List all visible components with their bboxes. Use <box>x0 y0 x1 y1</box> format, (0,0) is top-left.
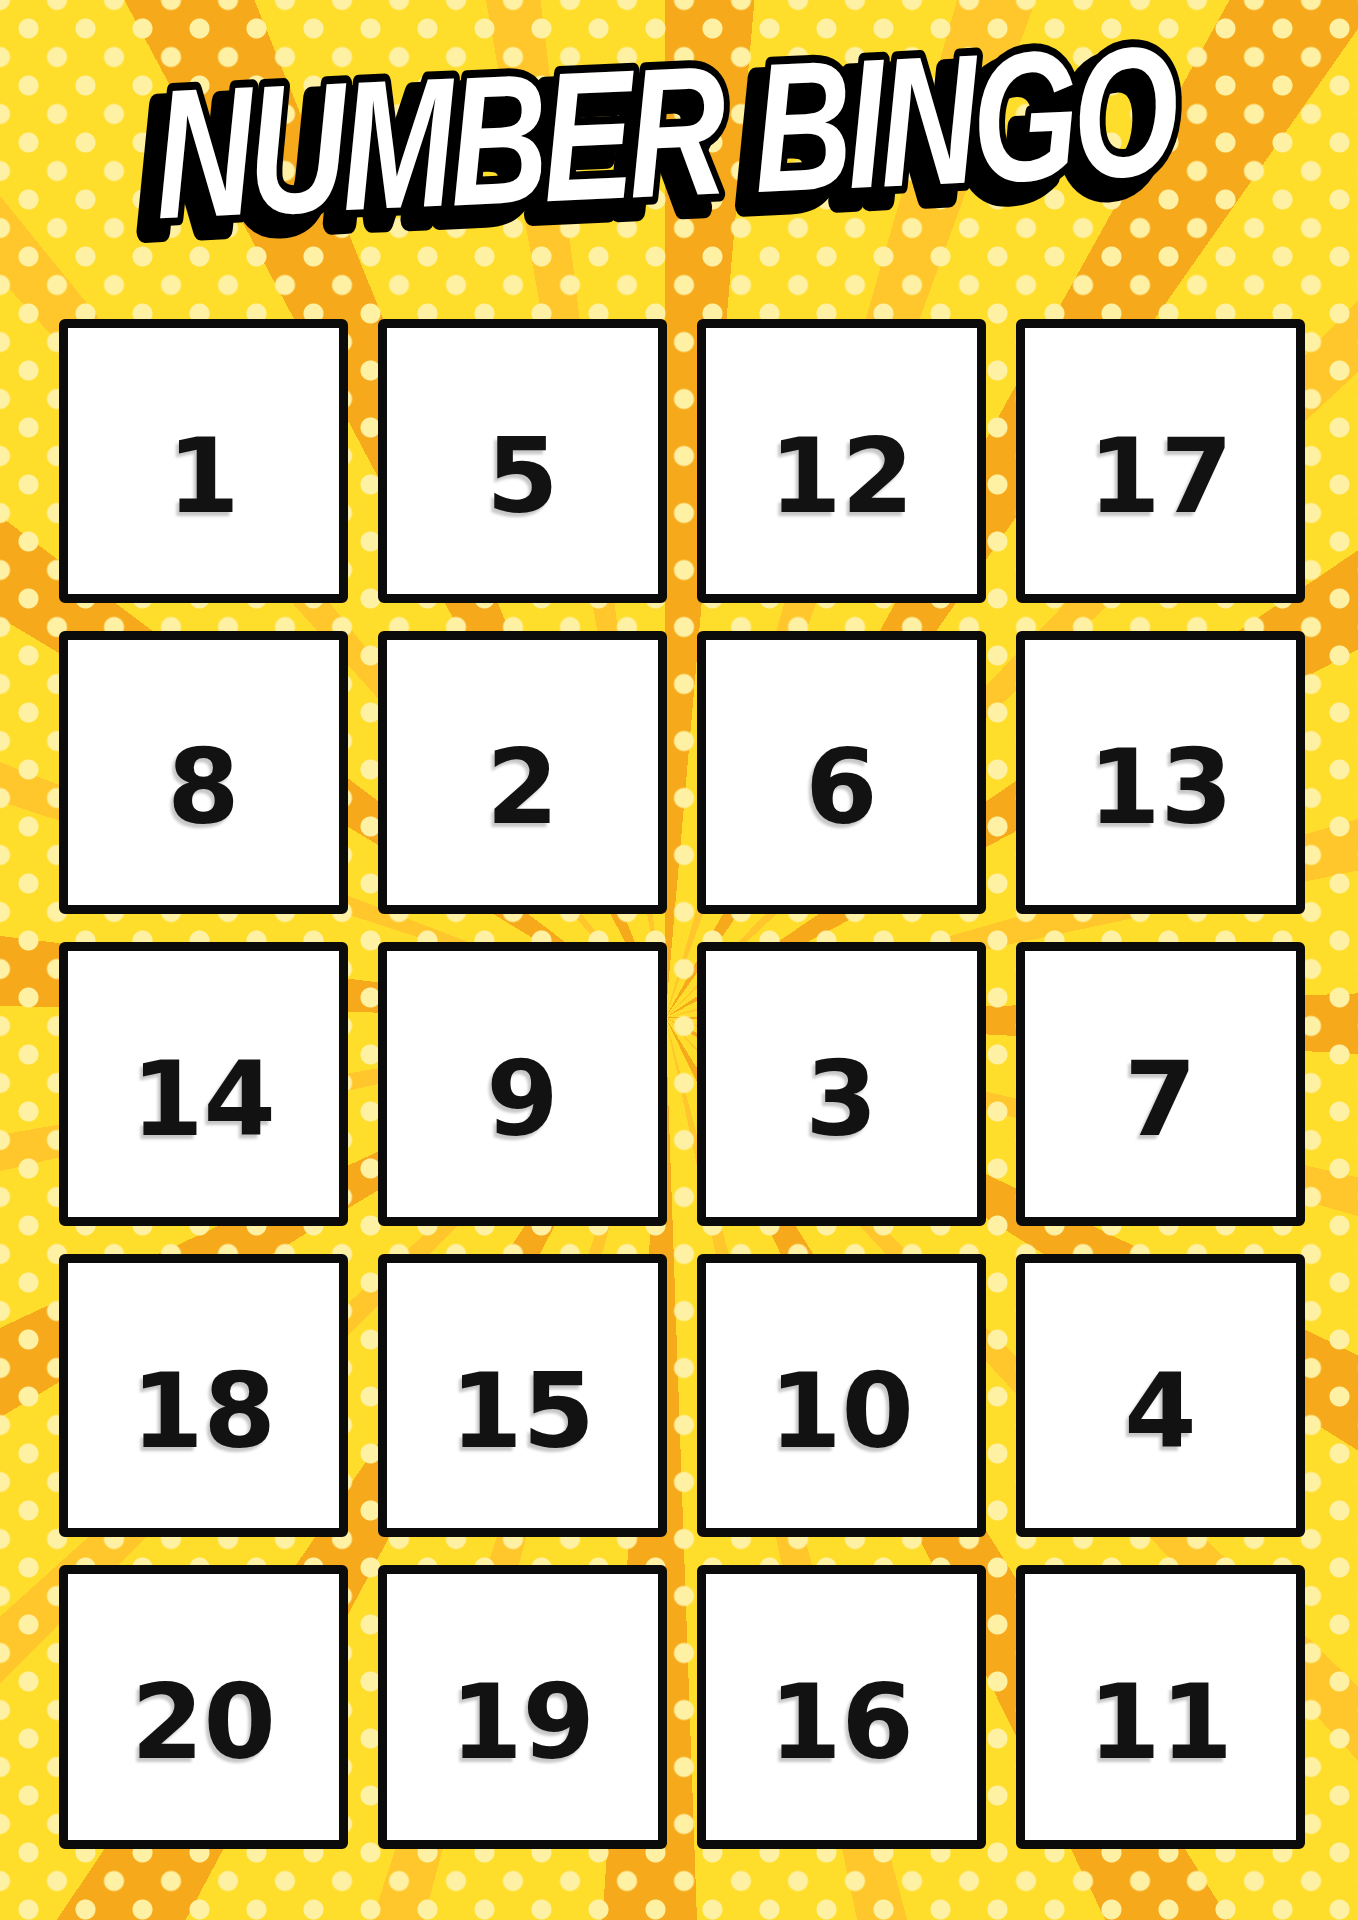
cell-number: 1 <box>167 424 239 528</box>
cell-number: 18 <box>131 1359 276 1463</box>
cell-number: 7 <box>1124 1047 1196 1151</box>
bingo-cell[interactable]: 7 <box>1016 942 1305 1226</box>
cell-number: 8 <box>167 735 239 839</box>
cell-number: 4 <box>1124 1359 1196 1463</box>
cell-number: 20 <box>131 1670 276 1774</box>
bingo-cell[interactable]: 11 <box>1016 1565 1305 1849</box>
cell-number: 16 <box>769 1670 914 1774</box>
title-art: NUMBER BINGO NUMBER BINGO <box>0 8 1358 308</box>
bingo-cell[interactable]: 9 <box>378 942 667 1226</box>
bingo-cell[interactable]: 1 <box>59 319 348 603</box>
bingo-cell[interactable]: 20 <box>59 1565 348 1849</box>
bingo-cell[interactable]: 4 <box>1016 1254 1305 1538</box>
cell-number: 17 <box>1088 424 1233 528</box>
bingo-cell[interactable]: 12 <box>697 319 986 603</box>
cell-number: 10 <box>769 1359 914 1463</box>
bingo-cell[interactable]: 2 <box>378 631 667 915</box>
bingo-cell[interactable]: 3 <box>697 942 986 1226</box>
bingo-board: 1512178261314937181510420191611 <box>59 319 1305 1849</box>
cell-number: 12 <box>769 424 914 528</box>
bingo-cell[interactable]: 17 <box>1016 319 1305 603</box>
cell-number: 14 <box>131 1047 276 1151</box>
bingo-cell[interactable]: 5 <box>378 319 667 603</box>
cell-number: 5 <box>486 424 558 528</box>
cell-number: 9 <box>486 1047 558 1151</box>
bingo-cell[interactable]: 18 <box>59 1254 348 1538</box>
page-title: NUMBER BINGO NUMBER BINGO <box>0 8 1358 308</box>
bingo-cell[interactable]: 15 <box>378 1254 667 1538</box>
bingo-cell[interactable]: 6 <box>697 631 986 915</box>
bingo-cell[interactable]: 10 <box>697 1254 986 1538</box>
bingo-cell[interactable]: 19 <box>378 1565 667 1849</box>
cell-number: 19 <box>450 1670 595 1774</box>
cell-number: 15 <box>450 1359 595 1463</box>
cell-number: 6 <box>805 735 877 839</box>
cell-number: 2 <box>486 735 558 839</box>
bingo-cell[interactable]: 16 <box>697 1565 986 1849</box>
bingo-cell[interactable]: 13 <box>1016 631 1305 915</box>
cell-number: 11 <box>1088 1670 1233 1774</box>
cell-number: 3 <box>805 1047 877 1151</box>
bingo-cell[interactable]: 14 <box>59 942 348 1226</box>
cell-number: 13 <box>1088 735 1233 839</box>
bingo-cell[interactable]: 8 <box>59 631 348 915</box>
